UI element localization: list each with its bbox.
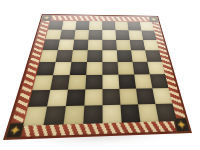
board-square: [102, 40, 116, 51]
board-square: [73, 40, 88, 51]
board-square: [66, 89, 85, 106]
board-square: [62, 21, 77, 30]
board-square: [44, 106, 66, 125]
board-square: [103, 105, 122, 124]
star-icon: ✦: [43, 15, 51, 20]
board-square: [87, 50, 102, 62]
board-square: [102, 50, 117, 62]
board-square: [120, 104, 140, 122]
board-grid: [23, 21, 177, 126]
board-square: [118, 74, 136, 88]
board-square: [102, 89, 120, 105]
board-square: [71, 50, 87, 62]
board-square: [60, 30, 76, 40]
board-square: [68, 75, 86, 90]
board-square: [116, 40, 131, 51]
star-icon: ✦: [8, 124, 22, 137]
star-icon: ✦: [176, 119, 188, 130]
board-square: [56, 50, 73, 62]
board-square: [141, 31, 156, 41]
board-square: [118, 62, 135, 75]
board-square: [102, 75, 119, 89]
board-square: [143, 40, 159, 50]
board-square: [140, 22, 154, 31]
board-square: [102, 62, 118, 75]
board-square: [70, 62, 87, 75]
board-square: [83, 105, 102, 124]
board-square: [102, 21, 115, 30]
board-square: [47, 90, 68, 107]
board-square: [84, 89, 102, 105]
board-square: [88, 30, 102, 40]
board-square: [85, 75, 102, 90]
game-board: ✦ ✦ ✦ ✦: [3, 14, 192, 140]
board-square: [58, 39, 74, 50]
board-square: [75, 21, 89, 30]
board-square: [150, 74, 169, 88]
board-square: [50, 75, 70, 90]
board-square: [64, 106, 85, 125]
corner-ornament-bottom-left: ✦: [5, 122, 26, 138]
board-square: [115, 30, 129, 40]
board-square: [145, 50, 162, 61]
board-photo: ✦ ✦ ✦ ✦: [0, 0, 200, 150]
board-square: [86, 62, 102, 75]
board-square: [74, 30, 89, 40]
board-square: [102, 30, 116, 40]
board-square: [147, 62, 165, 75]
board-square: [53, 62, 71, 75]
board-square: [119, 89, 138, 105]
board-square: [89, 21, 102, 30]
board-square: [88, 40, 103, 51]
board-square: [115, 21, 129, 30]
board-square: [117, 50, 133, 62]
